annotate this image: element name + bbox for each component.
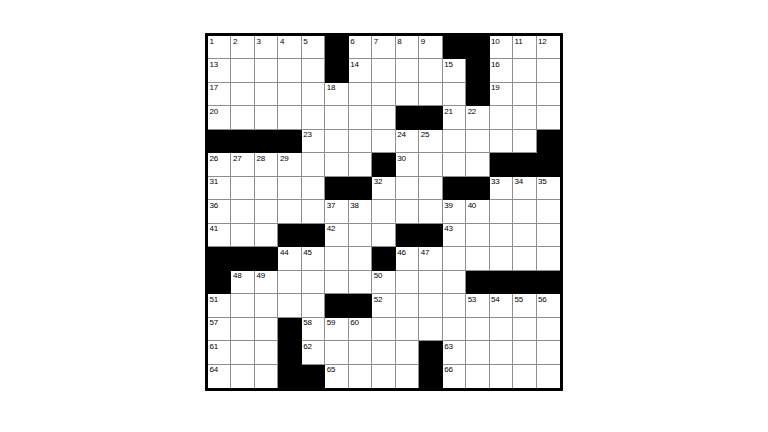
clue-number: 53	[468, 295, 477, 304]
cell-r3c8[interactable]	[372, 83, 395, 106]
cell-r5c9[interactable]: 24	[396, 130, 419, 153]
cell-r11c10[interactable]	[419, 271, 442, 294]
cell-r8c13[interactable]	[490, 200, 513, 223]
cell-r2c3[interactable]	[255, 59, 278, 82]
cell-r10c15[interactable]	[537, 247, 560, 270]
cell-r2c2[interactable]	[231, 59, 254, 82]
cell-r11c3[interactable]: 49	[255, 271, 278, 294]
cell-r10c7[interactable]	[349, 247, 372, 270]
clue-number: 13	[210, 60, 219, 69]
black-square	[490, 153, 513, 176]
cell-r5c7[interactable]	[349, 130, 372, 153]
clue-number: 18	[327, 83, 336, 92]
cell-r6c7[interactable]	[349, 153, 372, 176]
clue-number: 34	[515, 177, 524, 186]
black-square	[208, 271, 231, 294]
clue-number: 35	[538, 177, 547, 186]
clue-number: 19	[491, 83, 500, 92]
cell-r7c4[interactable]	[278, 177, 301, 200]
cell-r13c12[interactable]	[466, 318, 489, 341]
black-square	[208, 247, 231, 270]
cell-r12c10[interactable]	[419, 294, 442, 317]
black-square	[325, 294, 348, 317]
clue-number: 46	[397, 248, 406, 257]
page: 1234567891011121314151617181920212223242…	[0, 0, 768, 432]
cell-r13c2[interactable]	[231, 318, 254, 341]
cell-r14c12[interactable]	[466, 341, 489, 364]
clue-number: 61	[210, 342, 219, 351]
clue-number: 59	[327, 318, 336, 327]
cell-r7c5[interactable]	[302, 177, 325, 200]
clue-number: 27	[233, 154, 242, 163]
cell-r2c14[interactable]	[513, 59, 536, 82]
cell-r1c4[interactable]: 4	[278, 36, 301, 59]
black-square	[419, 365, 442, 388]
cell-r1c3[interactable]: 3	[255, 36, 278, 59]
black-square	[349, 177, 372, 200]
cell-r1c13[interactable]: 10	[490, 36, 513, 59]
black-square	[513, 271, 536, 294]
cell-r4c6[interactable]	[325, 106, 348, 129]
cell-r10c11[interactable]	[443, 247, 466, 270]
black-square	[466, 59, 489, 82]
clue-number: 23	[303, 130, 312, 139]
clue-number: 60	[350, 318, 359, 327]
black-square	[302, 224, 325, 247]
cell-r3c15[interactable]	[537, 83, 560, 106]
cell-r6c5[interactable]	[302, 153, 325, 176]
clue-number: 56	[538, 295, 547, 304]
black-square	[231, 130, 254, 153]
cell-r9c1[interactable]: 41	[208, 224, 231, 247]
clue-number: 36	[210, 201, 219, 210]
clue-number: 65	[327, 365, 336, 374]
cell-r13c14[interactable]	[513, 318, 536, 341]
cell-r12c2[interactable]	[231, 294, 254, 317]
cell-r15c8[interactable]	[372, 365, 395, 388]
cell-r14c8[interactable]	[372, 341, 395, 364]
black-square	[396, 106, 419, 129]
cell-r9c6[interactable]: 42	[325, 224, 348, 247]
clue-number: 7	[374, 37, 378, 46]
clue-number: 63	[444, 342, 453, 351]
clue-number: 1	[210, 37, 214, 46]
cell-r13c10[interactable]	[419, 318, 442, 341]
cell-r6c1[interactable]: 26	[208, 153, 231, 176]
cell-r11c5[interactable]	[302, 271, 325, 294]
cell-r8c11[interactable]: 39	[443, 200, 466, 223]
cell-r12c3[interactable]	[255, 294, 278, 317]
cell-r9c8[interactable]	[372, 224, 395, 247]
cell-r1c5[interactable]: 5	[302, 36, 325, 59]
cell-r4c2[interactable]	[231, 106, 254, 129]
cell-r14c11[interactable]: 63	[443, 341, 466, 364]
cell-r5c14[interactable]	[513, 130, 536, 153]
cell-r4c12[interactable]: 22	[466, 106, 489, 129]
black-square	[278, 130, 301, 153]
clue-number: 40	[468, 201, 477, 210]
cell-r8c7[interactable]: 38	[349, 200, 372, 223]
cell-r8c5[interactable]	[302, 200, 325, 223]
clue-number: 57	[210, 318, 219, 327]
cell-r1c9[interactable]: 8	[396, 36, 419, 59]
cell-r2c8[interactable]	[372, 59, 395, 82]
black-square	[537, 153, 560, 176]
cell-r15c3[interactable]	[255, 365, 278, 388]
clue-number: 14	[350, 60, 359, 69]
cell-r4c13[interactable]	[490, 106, 513, 129]
clue-number: 64	[210, 365, 219, 374]
clue-number: 55	[515, 295, 524, 304]
black-square	[443, 36, 466, 59]
black-square	[466, 83, 489, 106]
cell-r14c2[interactable]	[231, 341, 254, 364]
black-square	[255, 247, 278, 270]
clue-number: 54	[491, 295, 500, 304]
black-square	[537, 130, 560, 153]
cell-r4c7[interactable]	[349, 106, 372, 129]
cell-r14c13[interactable]	[490, 341, 513, 364]
cell-r13c11[interactable]	[443, 318, 466, 341]
cell-r8c4[interactable]	[278, 200, 301, 223]
cell-r13c6[interactable]: 59	[325, 318, 348, 341]
clue-number: 30	[397, 154, 406, 163]
cell-r1c7[interactable]: 6	[349, 36, 372, 59]
cell-r8c1[interactable]: 36	[208, 200, 231, 223]
black-square	[231, 247, 254, 270]
cell-r13c3[interactable]	[255, 318, 278, 341]
cell-r2c11[interactable]: 15	[443, 59, 466, 82]
cell-r9c3[interactable]	[255, 224, 278, 247]
black-square	[419, 341, 442, 364]
black-square	[419, 224, 442, 247]
cell-r12c9[interactable]	[396, 294, 419, 317]
black-square	[278, 341, 301, 364]
cell-r2c10[interactable]	[419, 59, 442, 82]
cell-r9c12[interactable]	[466, 224, 489, 247]
black-square	[278, 365, 301, 388]
cell-r2c4[interactable]	[278, 59, 301, 82]
cell-r1c10[interactable]: 9	[419, 36, 442, 59]
cell-r4c11[interactable]: 21	[443, 106, 466, 129]
cell-r5c13[interactable]	[490, 130, 513, 153]
cell-r4c15[interactable]	[537, 106, 560, 129]
cell-r15c9[interactable]	[396, 365, 419, 388]
cell-r7c9[interactable]	[396, 177, 419, 200]
cell-r7c2[interactable]	[231, 177, 254, 200]
clue-number: 2	[233, 37, 237, 46]
cell-r11c6[interactable]	[325, 271, 348, 294]
cell-r4c8[interactable]	[372, 106, 395, 129]
cell-r8c9[interactable]	[396, 200, 419, 223]
black-square	[278, 224, 301, 247]
cell-r10c12[interactable]	[466, 247, 489, 270]
cell-r13c1[interactable]: 57	[208, 318, 231, 341]
cell-r5c8[interactable]	[372, 130, 395, 153]
cell-r15c11[interactable]: 66	[443, 365, 466, 388]
cell-r7c10[interactable]	[419, 177, 442, 200]
cell-r9c2[interactable]	[231, 224, 254, 247]
cell-r4c3[interactable]	[255, 106, 278, 129]
cell-r11c8[interactable]: 50	[372, 271, 395, 294]
cell-r11c9[interactable]	[396, 271, 419, 294]
clue-number: 45	[303, 248, 312, 257]
clue-number: 9	[421, 37, 425, 46]
cell-r4c14[interactable]	[513, 106, 536, 129]
cell-r10c4[interactable]: 44	[278, 247, 301, 270]
clue-number: 24	[397, 130, 406, 139]
cell-r15c14[interactable]	[513, 365, 536, 388]
clue-number: 52	[374, 295, 383, 304]
cell-r12c12[interactable]: 53	[466, 294, 489, 317]
cell-r3c3[interactable]	[255, 83, 278, 106]
cell-r5c12[interactable]	[466, 130, 489, 153]
cell-r12c13[interactable]: 54	[490, 294, 513, 317]
black-square	[396, 224, 419, 247]
cell-r13c9[interactable]	[396, 318, 419, 341]
cell-r15c15[interactable]	[537, 365, 560, 388]
cell-r14c1[interactable]: 61	[208, 341, 231, 364]
cell-r13c8[interactable]	[372, 318, 395, 341]
cell-r6c10[interactable]	[419, 153, 442, 176]
cell-r4c1[interactable]: 20	[208, 106, 231, 129]
clue-number: 6	[350, 37, 354, 46]
cell-r1c2[interactable]: 2	[231, 36, 254, 59]
cell-r3c9[interactable]	[396, 83, 419, 106]
cell-r13c7[interactable]: 60	[349, 318, 372, 341]
cell-r9c14[interactable]	[513, 224, 536, 247]
cell-r14c6[interactable]	[325, 341, 348, 364]
cell-r3c1[interactable]: 17	[208, 83, 231, 106]
clue-number: 29	[280, 154, 289, 163]
cell-r5c6[interactable]	[325, 130, 348, 153]
cell-r11c4[interactable]	[278, 271, 301, 294]
clue-number: 16	[491, 60, 500, 69]
clue-number: 22	[468, 107, 477, 116]
black-square	[325, 36, 348, 59]
clue-number: 20	[210, 107, 219, 116]
black-square	[325, 177, 348, 200]
cell-r2c9[interactable]	[396, 59, 419, 82]
clue-number: 15	[444, 60, 453, 69]
cell-r13c13[interactable]	[490, 318, 513, 341]
cell-r7c15[interactable]: 35	[537, 177, 560, 200]
cell-r8c10[interactable]	[419, 200, 442, 223]
cell-r12c8[interactable]: 52	[372, 294, 395, 317]
cell-r11c2[interactable]: 48	[231, 271, 254, 294]
cell-r13c5[interactable]: 58	[302, 318, 325, 341]
cell-r8c14[interactable]	[513, 200, 536, 223]
cell-r6c4[interactable]: 29	[278, 153, 301, 176]
cell-r2c1[interactable]: 13	[208, 59, 231, 82]
cell-r2c13[interactable]: 16	[490, 59, 513, 82]
cell-r3c13[interactable]: 19	[490, 83, 513, 106]
cell-r10c10[interactable]: 47	[419, 247, 442, 270]
cell-r8c2[interactable]	[231, 200, 254, 223]
black-square	[278, 318, 301, 341]
cell-r2c7[interactable]: 14	[349, 59, 372, 82]
cell-r5c5[interactable]: 23	[302, 130, 325, 153]
crossword-grid: 1234567891011121314151617181920212223242…	[205, 33, 563, 391]
clue-number: 5	[303, 37, 307, 46]
clue-number: 62	[303, 342, 312, 351]
black-square	[255, 130, 278, 153]
cell-r8c8[interactable]	[372, 200, 395, 223]
cell-r12c14[interactable]: 55	[513, 294, 536, 317]
cell-r6c11[interactable]	[443, 153, 466, 176]
cell-r9c15[interactable]	[537, 224, 560, 247]
cell-r2c5[interactable]	[302, 59, 325, 82]
cell-r5c11[interactable]	[443, 130, 466, 153]
cell-r7c14[interactable]: 34	[513, 177, 536, 200]
clue-number: 26	[210, 154, 219, 163]
clue-number: 38	[350, 201, 359, 210]
cell-r15c1[interactable]: 64	[208, 365, 231, 388]
cell-r14c9[interactable]	[396, 341, 419, 364]
cell-r15c6[interactable]: 65	[325, 365, 348, 388]
clue-number: 39	[444, 201, 453, 210]
clue-number: 37	[327, 201, 336, 210]
black-square	[537, 271, 560, 294]
clue-number: 58	[303, 318, 312, 327]
cell-r15c13[interactable]	[490, 365, 513, 388]
cell-r14c3[interactable]	[255, 341, 278, 364]
clue-number: 47	[421, 248, 430, 257]
cell-r10c14[interactable]	[513, 247, 536, 270]
black-square	[372, 153, 395, 176]
cell-r10c6[interactable]	[325, 247, 348, 270]
cell-r6c3[interactable]: 28	[255, 153, 278, 176]
cell-r12c1[interactable]: 51	[208, 294, 231, 317]
cell-r14c5[interactable]: 62	[302, 341, 325, 364]
cell-r6c12[interactable]	[466, 153, 489, 176]
cell-r7c3[interactable]	[255, 177, 278, 200]
cell-r3c4[interactable]	[278, 83, 301, 106]
cell-r10c5[interactable]: 45	[302, 247, 325, 270]
black-square	[466, 36, 489, 59]
cell-r12c5[interactable]	[302, 294, 325, 317]
black-square	[513, 153, 536, 176]
cell-r5c10[interactable]: 25	[419, 130, 442, 153]
cell-r3c10[interactable]	[419, 83, 442, 106]
clue-number: 25	[421, 130, 430, 139]
clue-number: 51	[210, 295, 219, 304]
black-square	[466, 271, 489, 294]
clue-number: 28	[256, 154, 265, 163]
cell-r15c2[interactable]	[231, 365, 254, 388]
black-square	[302, 365, 325, 388]
cell-r1c14[interactable]: 11	[513, 36, 536, 59]
cell-r2c15[interactable]	[537, 59, 560, 82]
cell-r12c15[interactable]: 56	[537, 294, 560, 317]
cell-r6c9[interactable]: 30	[396, 153, 419, 176]
cell-r11c11[interactable]	[443, 271, 466, 294]
clue-number: 31	[210, 177, 219, 186]
cell-r10c13[interactable]	[490, 247, 513, 270]
cell-r3c11[interactable]	[443, 83, 466, 106]
clue-number: 10	[491, 37, 500, 46]
clue-number: 41	[210, 224, 219, 233]
cell-r4c4[interactable]	[278, 106, 301, 129]
cell-r9c13[interactable]	[490, 224, 513, 247]
clue-number: 11	[515, 37, 523, 46]
clue-number: 17	[210, 83, 219, 92]
cell-r9c11[interactable]: 43	[443, 224, 466, 247]
clue-number: 48	[233, 271, 242, 280]
cell-r12c4[interactable]	[278, 294, 301, 317]
cell-r8c12[interactable]: 40	[466, 200, 489, 223]
cell-r10c9[interactable]: 46	[396, 247, 419, 270]
cell-r3c2[interactable]	[231, 83, 254, 106]
black-square	[466, 177, 489, 200]
black-square	[349, 294, 372, 317]
black-square	[325, 59, 348, 82]
cell-r9c7[interactable]	[349, 224, 372, 247]
black-square	[208, 130, 231, 153]
cell-r14c14[interactable]	[513, 341, 536, 364]
cell-r4c5[interactable]	[302, 106, 325, 129]
black-square	[490, 271, 513, 294]
clue-number: 21	[444, 107, 453, 116]
clue-number: 8	[397, 37, 401, 46]
cell-r3c14[interactable]	[513, 83, 536, 106]
cell-r12c11[interactable]	[443, 294, 466, 317]
cell-r1c1[interactable]: 1	[208, 36, 231, 59]
clue-number: 12	[538, 37, 547, 46]
cell-r14c15[interactable]	[537, 341, 560, 364]
cell-r8c15[interactable]	[537, 200, 560, 223]
cell-r11c7[interactable]	[349, 271, 372, 294]
cell-r3c5[interactable]	[302, 83, 325, 106]
clue-number: 43	[444, 224, 453, 233]
cell-r15c12[interactable]	[466, 365, 489, 388]
clue-number: 4	[280, 37, 284, 46]
cell-r7c8[interactable]: 32	[372, 177, 395, 200]
black-square	[419, 106, 442, 129]
cell-r3c7[interactable]	[349, 83, 372, 106]
cell-r6c2[interactable]: 27	[231, 153, 254, 176]
black-square	[372, 247, 395, 270]
cell-r6c6[interactable]	[325, 153, 348, 176]
clue-number: 66	[444, 365, 453, 374]
cell-r1c15[interactable]: 12	[537, 36, 560, 59]
clue-number: 3	[256, 37, 260, 46]
cell-r7c13[interactable]: 33	[490, 177, 513, 200]
clue-number: 42	[327, 224, 336, 233]
clue-number: 50	[374, 271, 383, 280]
cell-r7c1[interactable]: 31	[208, 177, 231, 200]
cell-r8c3[interactable]	[255, 200, 278, 223]
cell-r15c7[interactable]	[349, 365, 372, 388]
clue-number: 49	[256, 271, 265, 280]
clue-number: 33	[491, 177, 500, 186]
black-square	[443, 177, 466, 200]
cell-r1c8[interactable]: 7	[372, 36, 395, 59]
cell-r13c15[interactable]	[537, 318, 560, 341]
clue-number: 44	[280, 248, 289, 257]
cell-r14c7[interactable]	[349, 341, 372, 364]
clue-number: 32	[374, 177, 383, 186]
cell-r3c6[interactable]: 18	[325, 83, 348, 106]
cell-r8c6[interactable]: 37	[325, 200, 348, 223]
